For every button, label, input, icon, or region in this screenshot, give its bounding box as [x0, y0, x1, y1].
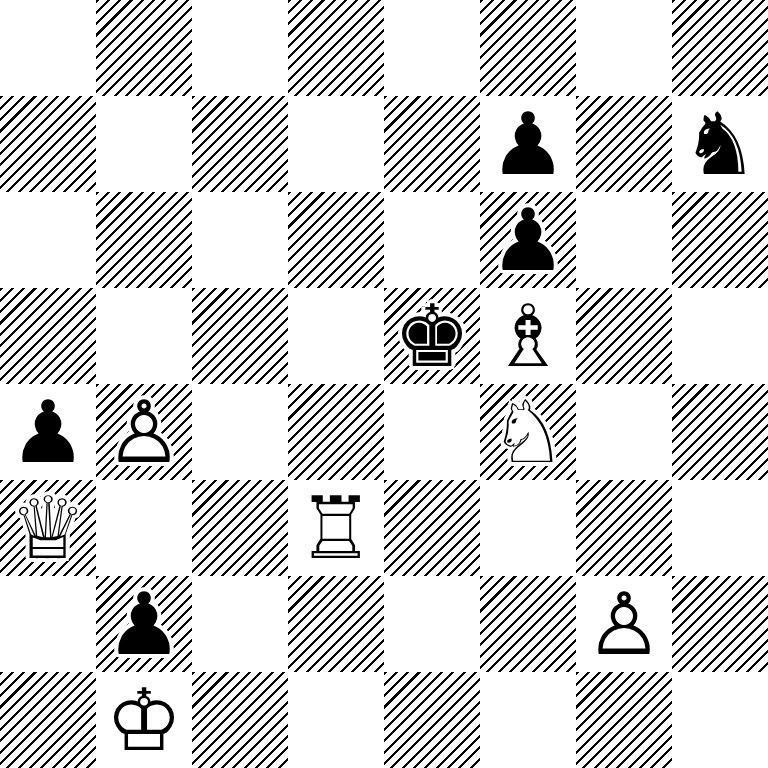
square-b8[interactable] — [96, 0, 192, 96]
white-piece-outline: ♗ — [480, 288, 576, 384]
square-e5[interactable]: ♚ — [384, 288, 480, 384]
square-g1[interactable] — [576, 672, 672, 768]
black-pawn[interactable]: ♟ — [480, 96, 576, 192]
square-g8[interactable] — [576, 0, 672, 96]
square-a8[interactable] — [0, 0, 96, 96]
black-piece-body: ♟ — [480, 192, 576, 288]
black-piece-body: ♟ — [0, 384, 96, 480]
white-piece-outline: ♔ — [96, 672, 192, 768]
square-f6[interactable]: ♟ — [480, 192, 576, 288]
square-h8[interactable] — [672, 0, 768, 96]
square-c7[interactable] — [192, 96, 288, 192]
square-d6[interactable] — [288, 192, 384, 288]
square-b6[interactable] — [96, 192, 192, 288]
white-piece-outline: ♖ — [288, 480, 384, 576]
square-d8[interactable] — [288, 0, 384, 96]
square-g4[interactable] — [576, 384, 672, 480]
square-d7[interactable] — [288, 96, 384, 192]
square-h3[interactable] — [672, 480, 768, 576]
square-a6[interactable] — [0, 192, 96, 288]
white-pawn[interactable]: ♟♙ — [576, 576, 672, 672]
square-f5[interactable]: ♝♗ — [480, 288, 576, 384]
white-bishop[interactable]: ♝♗ — [480, 288, 576, 384]
square-d1[interactable] — [288, 672, 384, 768]
square-e6[interactable] — [384, 192, 480, 288]
square-g3[interactable] — [576, 480, 672, 576]
square-b4[interactable]: ♟♙ — [96, 384, 192, 480]
square-d4[interactable] — [288, 384, 384, 480]
square-h7[interactable]: ♞ — [672, 96, 768, 192]
square-g5[interactable] — [576, 288, 672, 384]
square-a7[interactable] — [0, 96, 96, 192]
white-pawn[interactable]: ♟♙ — [96, 384, 192, 480]
square-c2[interactable] — [192, 576, 288, 672]
square-g6[interactable] — [576, 192, 672, 288]
white-piece-outline: ♙ — [96, 384, 192, 480]
square-d2[interactable] — [288, 576, 384, 672]
white-queen[interactable]: ♛♕ — [0, 480, 96, 576]
square-h6[interactable] — [672, 192, 768, 288]
square-b2[interactable]: ♟ — [96, 576, 192, 672]
black-piece-body: ♟ — [96, 576, 192, 672]
square-e8[interactable] — [384, 0, 480, 96]
square-d5[interactable] — [288, 288, 384, 384]
black-pawn[interactable]: ♟ — [96, 576, 192, 672]
black-piece-body: ♚ — [384, 288, 480, 384]
square-c6[interactable] — [192, 192, 288, 288]
white-piece-outline: ♕ — [0, 480, 96, 576]
square-c3[interactable] — [192, 480, 288, 576]
square-b1[interactable]: ♚♔ — [96, 672, 192, 768]
black-knight[interactable]: ♞ — [672, 96, 768, 192]
square-e4[interactable] — [384, 384, 480, 480]
square-c8[interactable] — [192, 0, 288, 96]
square-a2[interactable] — [0, 576, 96, 672]
square-a3[interactable]: ♛♕ — [0, 480, 96, 576]
white-piece-outline: ♙ — [576, 576, 672, 672]
white-knight[interactable]: ♞♘ — [480, 384, 576, 480]
white-piece-outline: ♘ — [480, 384, 576, 480]
square-a4[interactable]: ♟ — [0, 384, 96, 480]
square-c5[interactable] — [192, 288, 288, 384]
square-h4[interactable] — [672, 384, 768, 480]
black-piece-body: ♟ — [480, 96, 576, 192]
square-f2[interactable] — [480, 576, 576, 672]
square-f1[interactable] — [480, 672, 576, 768]
square-e7[interactable] — [384, 96, 480, 192]
square-e1[interactable] — [384, 672, 480, 768]
black-pawn[interactable]: ♟ — [480, 192, 576, 288]
square-b7[interactable] — [96, 96, 192, 192]
black-piece-body: ♞ — [672, 96, 768, 192]
square-a1[interactable] — [0, 672, 96, 768]
white-king[interactable]: ♚♔ — [96, 672, 192, 768]
square-h5[interactable] — [672, 288, 768, 384]
square-f7[interactable]: ♟ — [480, 96, 576, 192]
chess-board: ♟♞♟♚♝♗♟♟♙♞♘♛♕♜♖♟♟♙♚♔ — [0, 0, 768, 768]
square-b5[interactable] — [96, 288, 192, 384]
white-rook[interactable]: ♜♖ — [288, 480, 384, 576]
square-c1[interactable] — [192, 672, 288, 768]
square-d3[interactable]: ♜♖ — [288, 480, 384, 576]
square-g7[interactable] — [576, 96, 672, 192]
square-f3[interactable] — [480, 480, 576, 576]
square-c4[interactable] — [192, 384, 288, 480]
black-pawn[interactable]: ♟ — [0, 384, 96, 480]
square-e3[interactable] — [384, 480, 480, 576]
square-e2[interactable] — [384, 576, 480, 672]
square-f4[interactable]: ♞♘ — [480, 384, 576, 480]
square-a5[interactable] — [0, 288, 96, 384]
square-h1[interactable] — [672, 672, 768, 768]
square-b3[interactable] — [96, 480, 192, 576]
square-h2[interactable] — [672, 576, 768, 672]
black-king[interactable]: ♚ — [384, 288, 480, 384]
square-g2[interactable]: ♟♙ — [576, 576, 672, 672]
square-f8[interactable] — [480, 0, 576, 96]
